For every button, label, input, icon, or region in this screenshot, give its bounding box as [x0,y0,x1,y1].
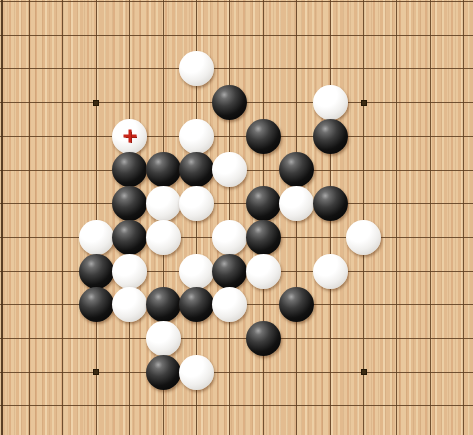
goban-board [0,0,473,435]
black-stone [279,287,314,322]
board-intersection[interactable] [80,220,113,254]
board-intersection[interactable] [113,119,146,153]
board-intersection[interactable] [213,153,246,187]
board-intersection[interactable] [113,220,146,254]
black-stone [179,287,214,322]
board-intersection[interactable] [247,288,280,322]
board-intersection[interactable] [313,355,346,389]
board-intersection[interactable] [146,389,179,423]
board-intersection[interactable] [313,288,346,322]
black-stone [246,119,281,154]
white-stone [179,254,214,289]
board-intersection[interactable] [146,119,179,153]
board-intersection[interactable] [380,254,413,288]
black-stone [313,119,348,154]
board-intersection[interactable] [146,0,179,18]
board-intersection[interactable] [380,52,413,86]
board-intersection[interactable] [46,119,79,153]
board-intersection[interactable] [46,153,79,187]
board-intersection[interactable] [46,322,79,356]
board-intersection[interactable] [13,187,46,221]
board-intersection[interactable] [280,220,313,254]
board-intersection[interactable] [280,86,313,120]
board-intersection[interactable] [447,18,473,52]
board-intersection[interactable] [146,254,179,288]
board-intersection[interactable] [146,355,179,389]
board-intersection[interactable] [280,153,313,187]
board-intersection[interactable] [113,153,146,187]
board-intersection[interactable] [447,0,473,18]
board-intersection[interactable] [413,119,446,153]
white-stone [112,254,147,289]
board-intersection[interactable] [46,0,79,18]
white-stone [179,51,214,86]
white-stone [146,321,181,356]
board-intersection[interactable] [146,288,179,322]
board-intersection[interactable] [347,0,380,18]
white-stone [179,119,214,154]
board-intersection[interactable] [146,153,179,187]
board-intersection[interactable] [46,187,79,221]
board-intersection[interactable] [247,153,280,187]
black-stone [212,254,247,289]
black-stone [79,254,114,289]
board-intersection[interactable] [413,153,446,187]
black-stone [146,287,181,322]
board-intersection[interactable] [13,0,46,18]
board-intersection[interactable] [380,0,413,18]
board-intersection[interactable] [280,254,313,288]
board-intersection[interactable] [113,52,146,86]
board-intersection[interactable] [313,389,346,423]
board-intersection[interactable] [247,0,280,18]
board-intersection[interactable] [46,220,79,254]
black-stone [246,321,281,356]
board-intersection[interactable] [447,355,473,389]
board-intersection[interactable] [46,254,79,288]
board-intersection[interactable] [180,288,213,322]
board-intersection[interactable] [280,322,313,356]
board-intersection[interactable] [247,220,280,254]
white-stone [212,220,247,255]
board-intersection[interactable] [13,389,46,423]
board-intersection[interactable] [80,389,113,423]
board-intersection[interactable] [13,52,46,86]
board-intersection[interactable] [347,119,380,153]
board-intersection[interactable] [247,187,280,221]
black-stone [112,186,147,221]
board-intersection[interactable] [347,288,380,322]
black-stone [313,186,348,221]
board-intersection[interactable] [313,18,346,52]
board-intersection[interactable] [313,86,346,120]
stones-grid [13,0,473,423]
board-intersection[interactable] [413,355,446,389]
black-stone [146,355,181,390]
board-intersection[interactable] [447,52,473,86]
board-intersection[interactable] [113,355,146,389]
board-intersection[interactable] [380,322,413,356]
board-intersection[interactable] [380,288,413,322]
board-intersection[interactable] [146,220,179,254]
black-stone [79,287,114,322]
board-intersection[interactable] [113,18,146,52]
board-intersection[interactable] [280,187,313,221]
board-intersection[interactable] [313,153,346,187]
board-intersection[interactable] [380,220,413,254]
board-intersection[interactable] [347,220,380,254]
board-intersection[interactable] [347,18,380,52]
board-intersection[interactable] [13,288,46,322]
board-intersection[interactable] [413,389,446,423]
board-intersection[interactable] [146,322,179,356]
board-intersection[interactable] [447,254,473,288]
board-intersection[interactable] [413,322,446,356]
board-intersection[interactable] [280,18,313,52]
board-intersection[interactable] [213,288,246,322]
board-intersection[interactable] [180,322,213,356]
black-stone [146,152,181,187]
board-intersection[interactable] [413,86,446,120]
board-intersection[interactable] [213,0,246,18]
black-stone [112,152,147,187]
board-intersection[interactable] [80,119,113,153]
board-intersection[interactable] [347,52,380,86]
board-intersection[interactable] [280,119,313,153]
board-intersection[interactable] [413,52,446,86]
board-intersection[interactable] [380,18,413,52]
black-stone [112,220,147,255]
board-intersection[interactable] [447,153,473,187]
board-intersection[interactable] [447,119,473,153]
board-intersection[interactable] [447,389,473,423]
board-intersection[interactable] [80,52,113,86]
board-edge-line [1,0,3,435]
board-intersection[interactable] [13,18,46,52]
board-intersection[interactable] [347,86,380,120]
white-stone [212,152,247,187]
board-intersection[interactable] [413,187,446,221]
white-stone [279,186,314,221]
board-intersection[interactable] [13,86,46,120]
board-intersection[interactable] [80,254,113,288]
board-intersection[interactable] [180,86,213,120]
board-intersection[interactable] [247,119,280,153]
board-intersection[interactable] [213,86,246,120]
board-intersection[interactable] [180,153,213,187]
board-intersection[interactable] [413,220,446,254]
white-stone [179,186,214,221]
board-intersection[interactable] [80,355,113,389]
board-intersection[interactable] [46,86,79,120]
board-intersection[interactable] [213,322,246,356]
white-stone [313,85,348,120]
board-intersection[interactable] [247,322,280,356]
board-intersection[interactable] [347,153,380,187]
board-intersection[interactable] [180,389,213,423]
board-intersection[interactable] [213,389,246,423]
white-stone [146,220,181,255]
board-intersection[interactable] [80,0,113,18]
last-move-marker [123,130,136,143]
board-intersection[interactable] [146,52,179,86]
board-intersection[interactable] [46,18,79,52]
board-intersection[interactable] [247,18,280,52]
board-intersection[interactable] [447,187,473,221]
board-intersection[interactable] [313,187,346,221]
board-intersection[interactable] [380,119,413,153]
board-intersection[interactable] [280,52,313,86]
board-intersection[interactable] [13,220,46,254]
black-stone [212,85,247,120]
board-intersection[interactable] [313,254,346,288]
board-intersection[interactable] [180,254,213,288]
board-intersection[interactable] [347,355,380,389]
white-stone [246,254,281,289]
board-intersection[interactable] [313,52,346,86]
white-stone [179,355,214,390]
board-intersection[interactable] [280,288,313,322]
board-intersection[interactable] [180,220,213,254]
board-intersection[interactable] [13,119,46,153]
white-stone [212,287,247,322]
board-intersection[interactable] [280,0,313,18]
board-intersection[interactable] [347,322,380,356]
board-intersection[interactable] [113,0,146,18]
board-intersection[interactable] [413,18,446,52]
board-intersection[interactable] [113,288,146,322]
board-intersection[interactable] [180,119,213,153]
board-intersection[interactable] [380,187,413,221]
white-stone [79,220,114,255]
board-intersection[interactable] [213,187,246,221]
board-intersection[interactable] [80,322,113,356]
board-intersection[interactable] [113,187,146,221]
board-intersection[interactable] [113,254,146,288]
board-intersection[interactable] [380,86,413,120]
board-intersection[interactable] [80,86,113,120]
board-intersection[interactable] [80,288,113,322]
board-intersection[interactable] [447,288,473,322]
board-intersection[interactable] [180,52,213,86]
board-intersection[interactable] [146,86,179,120]
board-intersection[interactable] [347,187,380,221]
white-stone [346,220,381,255]
board-intersection[interactable] [180,0,213,18]
board-intersection[interactable] [80,153,113,187]
board-intersection[interactable] [113,389,146,423]
board-intersection[interactable] [213,254,246,288]
board-intersection[interactable] [280,355,313,389]
black-stone [246,186,281,221]
black-stone [279,152,314,187]
board-intersection[interactable] [313,220,346,254]
board-intersection[interactable] [247,355,280,389]
board-intersection[interactable] [413,254,446,288]
board-intersection[interactable] [180,355,213,389]
board-intersection[interactable] [46,288,79,322]
board-intersection[interactable] [313,322,346,356]
board-intersection[interactable] [113,86,146,120]
board-intersection[interactable] [146,18,179,52]
white-stone [146,186,181,221]
board-intersection[interactable] [113,322,146,356]
board-intersection[interactable] [213,355,246,389]
white-stone [112,119,147,154]
white-stone [112,287,147,322]
board-intersection[interactable] [347,254,380,288]
board-intersection[interactable] [247,254,280,288]
board-intersection[interactable] [413,0,446,18]
board-intersection[interactable] [13,322,46,356]
board-intersection[interactable] [347,389,380,423]
board-intersection[interactable] [380,153,413,187]
board-intersection[interactable] [213,220,246,254]
black-stone [179,152,214,187]
board-intersection[interactable] [213,18,246,52]
board-intersection[interactable] [313,119,346,153]
board-intersection[interactable] [447,220,473,254]
board-intersection[interactable] [180,187,213,221]
board-intersection[interactable] [380,389,413,423]
board-intersection[interactable] [13,355,46,389]
board-intersection[interactable] [213,52,246,86]
board-intersection[interactable] [13,254,46,288]
board-intersection[interactable] [146,187,179,221]
board-intersection[interactable] [80,18,113,52]
board-intersection[interactable] [247,52,280,86]
board-intersection[interactable] [46,52,79,86]
board-intersection[interactable] [280,389,313,423]
board-intersection[interactable] [46,355,79,389]
board-intersection[interactable] [447,86,473,120]
board-intersection[interactable] [46,389,79,423]
board-intersection[interactable] [13,153,46,187]
white-stone [313,254,348,289]
board-intersection[interactable] [247,86,280,120]
board-intersection[interactable] [447,322,473,356]
black-stone [246,220,281,255]
board-intersection[interactable] [380,355,413,389]
board-intersection[interactable] [313,0,346,18]
board-intersection[interactable] [80,187,113,221]
board-intersection[interactable] [247,389,280,423]
board-intersection[interactable] [213,119,246,153]
board-intersection[interactable] [413,288,446,322]
board-intersection[interactable] [180,18,213,52]
